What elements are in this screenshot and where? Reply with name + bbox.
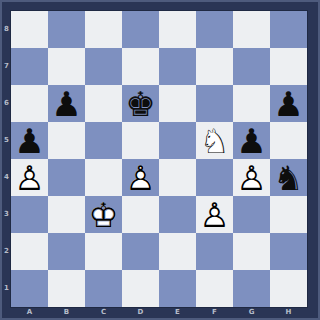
square-c2[interactable] <box>85 233 122 270</box>
white-pawn-f3[interactable]: ♟♙ <box>196 196 233 233</box>
square-b1[interactable] <box>48 270 85 307</box>
square-b7[interactable] <box>48 48 85 85</box>
square-b4[interactable] <box>48 159 85 196</box>
square-f3[interactable]: ♟♙ <box>196 196 233 233</box>
square-a2[interactable] <box>11 233 48 270</box>
black-king-d6[interactable]: ♚ <box>122 85 159 122</box>
rank-label-6: 6 <box>2 85 11 122</box>
square-f4[interactable] <box>196 159 233 196</box>
square-g5[interactable]: ♟ <box>233 122 270 159</box>
file-label-c: C <box>85 307 122 318</box>
square-h5[interactable] <box>270 122 307 159</box>
square-g4[interactable]: ♟♙ <box>233 159 270 196</box>
square-g8[interactable] <box>233 11 270 48</box>
black-pawn-icon: ♟ <box>48 85 85 122</box>
square-b8[interactable] <box>48 11 85 48</box>
rank-labels: 87654321 <box>2 11 11 307</box>
black-pawn-b6[interactable]: ♟ <box>48 85 85 122</box>
square-d4[interactable]: ♟♙ <box>122 159 159 196</box>
square-b5[interactable] <box>48 122 85 159</box>
square-c3[interactable]: ♚♔ <box>85 196 122 233</box>
black-pawn-icon: ♟ <box>270 85 307 122</box>
white-knight-f5[interactable]: ♞♘ <box>196 122 233 159</box>
square-e3[interactable] <box>159 196 196 233</box>
square-c4[interactable] <box>85 159 122 196</box>
file-label-e: E <box>159 307 196 318</box>
square-h6[interactable]: ♟ <box>270 85 307 122</box>
square-f6[interactable] <box>196 85 233 122</box>
square-d2[interactable] <box>122 233 159 270</box>
square-b6[interactable]: ♟ <box>48 85 85 122</box>
square-c7[interactable] <box>85 48 122 85</box>
square-e5[interactable] <box>159 122 196 159</box>
square-e1[interactable] <box>159 270 196 307</box>
square-h1[interactable] <box>270 270 307 307</box>
square-h3[interactable] <box>270 196 307 233</box>
square-e6[interactable] <box>159 85 196 122</box>
file-label-d: D <box>122 307 159 318</box>
square-h2[interactable] <box>270 233 307 270</box>
white-pawn-outline-icon: ♙ <box>11 159 48 196</box>
square-d1[interactable] <box>122 270 159 307</box>
black-knight-h4[interactable]: ♞ <box>270 159 307 196</box>
square-d6[interactable]: ♚ <box>122 85 159 122</box>
square-a5[interactable]: ♟ <box>11 122 48 159</box>
square-a8[interactable] <box>11 11 48 48</box>
white-pawn-g4[interactable]: ♟♙ <box>233 159 270 196</box>
white-knight-outline-icon: ♘ <box>196 122 233 159</box>
square-f7[interactable] <box>196 48 233 85</box>
file-label-b: B <box>48 307 85 318</box>
square-a6[interactable] <box>11 85 48 122</box>
white-pawn-outline-icon: ♙ <box>233 159 270 196</box>
file-labels: ABCDEFGH <box>11 307 307 320</box>
square-c1[interactable] <box>85 270 122 307</box>
square-h8[interactable] <box>270 11 307 48</box>
square-e7[interactable] <box>159 48 196 85</box>
rank-label-4: 4 <box>2 159 11 196</box>
rank-label-7: 7 <box>2 48 11 85</box>
square-e2[interactable] <box>159 233 196 270</box>
board-frame: 87654321 ♟♚♟♟♞♘♟♟♙♟♙♟♙♞♚♔♟♙ ABCDEFGH <box>0 0 320 320</box>
square-d7[interactable] <box>122 48 159 85</box>
square-e8[interactable] <box>159 11 196 48</box>
white-pawn-a4[interactable]: ♟♙ <box>11 159 48 196</box>
square-g7[interactable] <box>233 48 270 85</box>
square-g6[interactable] <box>233 85 270 122</box>
square-g1[interactable] <box>233 270 270 307</box>
square-f2[interactable] <box>196 233 233 270</box>
file-label-g: G <box>233 307 270 318</box>
black-pawn-a5[interactable]: ♟ <box>11 122 48 159</box>
square-g3[interactable] <box>233 196 270 233</box>
rank-label-8: 8 <box>2 11 11 48</box>
black-pawn-icon: ♟ <box>233 122 270 159</box>
chess-board: ♟♚♟♟♞♘♟♟♙♟♙♟♙♞♚♔♟♙ <box>11 11 307 307</box>
square-h4[interactable]: ♞ <box>270 159 307 196</box>
square-h7[interactable] <box>270 48 307 85</box>
square-a3[interactable] <box>11 196 48 233</box>
black-king-icon: ♚ <box>122 85 159 122</box>
black-knight-icon: ♞ <box>270 159 307 196</box>
rank-label-5: 5 <box>2 122 11 159</box>
square-e4[interactable] <box>159 159 196 196</box>
square-f5[interactable]: ♞♘ <box>196 122 233 159</box>
square-b3[interactable] <box>48 196 85 233</box>
square-b2[interactable] <box>48 233 85 270</box>
white-king-outline-icon: ♔ <box>85 196 122 233</box>
square-f8[interactable] <box>196 11 233 48</box>
square-d3[interactable] <box>122 196 159 233</box>
square-c5[interactable] <box>85 122 122 159</box>
white-pawn-outline-icon: ♙ <box>122 159 159 196</box>
file-label-a: A <box>11 307 48 318</box>
square-c6[interactable] <box>85 85 122 122</box>
square-a4[interactable]: ♟♙ <box>11 159 48 196</box>
black-pawn-g5[interactable]: ♟ <box>233 122 270 159</box>
square-a1[interactable] <box>11 270 48 307</box>
square-a7[interactable] <box>11 48 48 85</box>
square-f1[interactable] <box>196 270 233 307</box>
rank-label-3: 3 <box>2 196 11 233</box>
rank-label-1: 1 <box>2 270 11 307</box>
black-pawn-icon: ♟ <box>11 122 48 159</box>
rank-label-2: 2 <box>2 233 11 270</box>
square-c8[interactable] <box>85 11 122 48</box>
file-label-f: F <box>196 307 233 318</box>
square-d5[interactable] <box>122 122 159 159</box>
white-king-c3[interactable]: ♚♔ <box>85 196 122 233</box>
file-label-h: H <box>270 307 307 318</box>
square-d8[interactable] <box>122 11 159 48</box>
square-g2[interactable] <box>233 233 270 270</box>
white-pawn-d4[interactable]: ♟♙ <box>122 159 159 196</box>
black-pawn-h6[interactable]: ♟ <box>270 85 307 122</box>
white-pawn-outline-icon: ♙ <box>196 196 233 233</box>
